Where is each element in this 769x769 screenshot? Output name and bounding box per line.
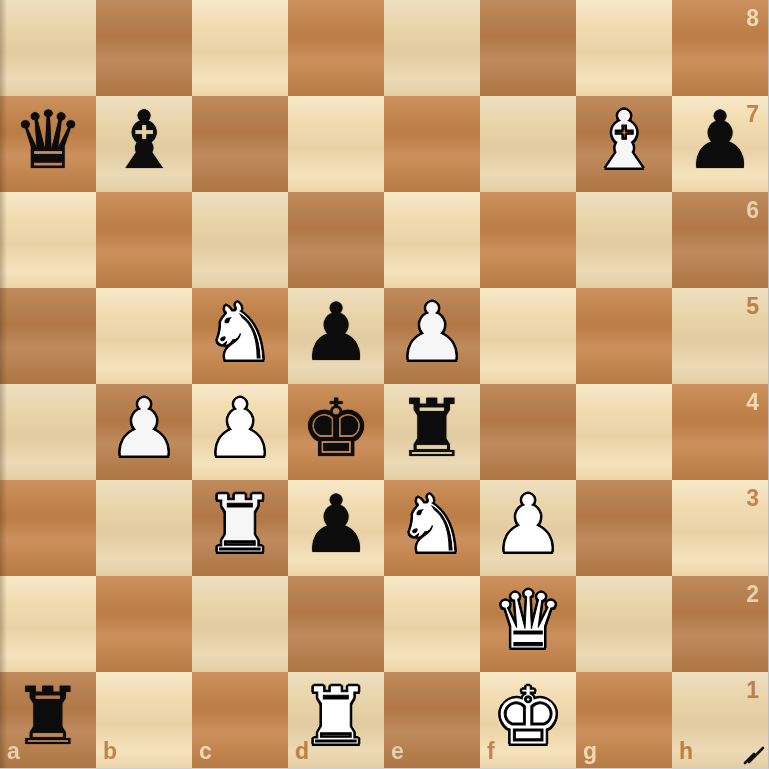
square-e2[interactable] bbox=[384, 576, 480, 672]
square-b1[interactable]: b bbox=[96, 672, 192, 768]
square-g8[interactable] bbox=[576, 0, 672, 96]
board-resize-handle-icon[interactable] bbox=[741, 741, 765, 765]
square-b4[interactable]: ♟ bbox=[96, 384, 192, 480]
square-f1[interactable]: f♚ bbox=[480, 672, 576, 768]
square-e5[interactable]: ♟ bbox=[384, 288, 480, 384]
square-h8[interactable]: 8 bbox=[672, 0, 768, 96]
square-h3[interactable]: 3 bbox=[672, 480, 768, 576]
square-b2[interactable] bbox=[96, 576, 192, 672]
square-d3[interactable]: ♟ bbox=[288, 480, 384, 576]
square-a5[interactable] bbox=[0, 288, 96, 384]
square-e4[interactable]: ♜ bbox=[384, 384, 480, 480]
square-f2[interactable]: ♛ bbox=[480, 576, 576, 672]
piece-white-rook[interactable]: ♜ bbox=[288, 672, 384, 768]
square-d5[interactable]: ♟ bbox=[288, 288, 384, 384]
square-e1[interactable]: e bbox=[384, 672, 480, 768]
square-b5[interactable] bbox=[96, 288, 192, 384]
square-c8[interactable] bbox=[192, 0, 288, 96]
square-f4[interactable] bbox=[480, 384, 576, 480]
piece-white-pawn[interactable]: ♟ bbox=[480, 480, 576, 576]
square-f7[interactable] bbox=[480, 96, 576, 192]
piece-black-pawn[interactable]: ♟ bbox=[288, 288, 384, 384]
chess-board: 8♛♝♝7♟6♞♟♟5♟♟♚♜4♜♟♞♟3♛2a♜bcd♜ef♚g1h bbox=[0, 0, 768, 768]
piece-white-pawn[interactable]: ♟ bbox=[192, 384, 288, 480]
square-c3[interactable]: ♜ bbox=[192, 480, 288, 576]
piece-black-pawn[interactable]: ♟ bbox=[672, 96, 768, 192]
square-g2[interactable] bbox=[576, 576, 672, 672]
square-e6[interactable] bbox=[384, 192, 480, 288]
square-d1[interactable]: d♜ bbox=[288, 672, 384, 768]
square-g1[interactable]: g bbox=[576, 672, 672, 768]
coord-file-b: b bbox=[103, 740, 117, 763]
square-c4[interactable]: ♟ bbox=[192, 384, 288, 480]
square-f6[interactable] bbox=[480, 192, 576, 288]
coord-rank-8: 8 bbox=[746, 7, 759, 30]
piece-black-rook[interactable]: ♜ bbox=[0, 672, 96, 768]
square-a1[interactable]: a♜ bbox=[0, 672, 96, 768]
piece-white-knight[interactable]: ♞ bbox=[192, 288, 288, 384]
piece-black-rook[interactable]: ♜ bbox=[384, 384, 480, 480]
square-c7[interactable] bbox=[192, 96, 288, 192]
square-a7[interactable]: ♛ bbox=[0, 96, 96, 192]
square-d7[interactable] bbox=[288, 96, 384, 192]
square-e7[interactable] bbox=[384, 96, 480, 192]
square-a3[interactable] bbox=[0, 480, 96, 576]
coord-rank-4: 4 bbox=[746, 391, 759, 414]
square-h7[interactable]: 7♟ bbox=[672, 96, 768, 192]
square-c5[interactable]: ♞ bbox=[192, 288, 288, 384]
square-f8[interactable] bbox=[480, 0, 576, 96]
piece-white-pawn[interactable]: ♟ bbox=[96, 384, 192, 480]
square-b8[interactable] bbox=[96, 0, 192, 96]
square-h1[interactable]: 1h bbox=[672, 672, 768, 768]
square-f5[interactable] bbox=[480, 288, 576, 384]
coord-file-h: h bbox=[679, 740, 693, 763]
coord-rank-5: 5 bbox=[746, 295, 759, 318]
piece-white-rook[interactable]: ♜ bbox=[192, 480, 288, 576]
square-g7[interactable]: ♝ bbox=[576, 96, 672, 192]
square-e3[interactable]: ♞ bbox=[384, 480, 480, 576]
coord-file-g: g bbox=[583, 740, 597, 763]
square-a8[interactable] bbox=[0, 0, 96, 96]
square-g4[interactable] bbox=[576, 384, 672, 480]
piece-white-bishop[interactable]: ♝ bbox=[576, 96, 672, 192]
square-a6[interactable] bbox=[0, 192, 96, 288]
coord-rank-1: 1 bbox=[746, 679, 759, 702]
square-f3[interactable]: ♟ bbox=[480, 480, 576, 576]
square-h5[interactable]: 5 bbox=[672, 288, 768, 384]
piece-black-queen[interactable]: ♛ bbox=[0, 96, 96, 192]
piece-white-queen[interactable]: ♛ bbox=[480, 576, 576, 672]
square-c2[interactable] bbox=[192, 576, 288, 672]
square-d4[interactable]: ♚ bbox=[288, 384, 384, 480]
square-b6[interactable] bbox=[96, 192, 192, 288]
square-d8[interactable] bbox=[288, 0, 384, 96]
square-h4[interactable]: 4 bbox=[672, 384, 768, 480]
square-d6[interactable] bbox=[288, 192, 384, 288]
square-a2[interactable] bbox=[0, 576, 96, 672]
square-c6[interactable] bbox=[192, 192, 288, 288]
square-h6[interactable]: 6 bbox=[672, 192, 768, 288]
square-g3[interactable] bbox=[576, 480, 672, 576]
piece-white-knight[interactable]: ♞ bbox=[384, 480, 480, 576]
coord-rank-2: 2 bbox=[746, 583, 759, 606]
square-d2[interactable] bbox=[288, 576, 384, 672]
square-g5[interactable] bbox=[576, 288, 672, 384]
square-e8[interactable] bbox=[384, 0, 480, 96]
piece-white-pawn[interactable]: ♟ bbox=[384, 288, 480, 384]
square-b7[interactable]: ♝ bbox=[96, 96, 192, 192]
square-a4[interactable] bbox=[0, 384, 96, 480]
chess-board-container: 8♛♝♝7♟6♞♟♟5♟♟♚♜4♜♟♞♟3♛2a♜bcd♜ef♚g1h bbox=[0, 0, 769, 769]
coord-rank-3: 3 bbox=[746, 487, 759, 510]
coord-file-e: e bbox=[391, 740, 404, 763]
square-h2[interactable]: 2 bbox=[672, 576, 768, 672]
square-g6[interactable] bbox=[576, 192, 672, 288]
coord-file-c: c bbox=[199, 740, 212, 763]
piece-white-king[interactable]: ♚ bbox=[480, 672, 576, 768]
piece-black-king[interactable]: ♚ bbox=[288, 384, 384, 480]
square-c1[interactable]: c bbox=[192, 672, 288, 768]
piece-black-pawn[interactable]: ♟ bbox=[288, 480, 384, 576]
coord-rank-6: 6 bbox=[746, 199, 759, 222]
piece-black-bishop[interactable]: ♝ bbox=[96, 96, 192, 192]
square-b3[interactable] bbox=[96, 480, 192, 576]
